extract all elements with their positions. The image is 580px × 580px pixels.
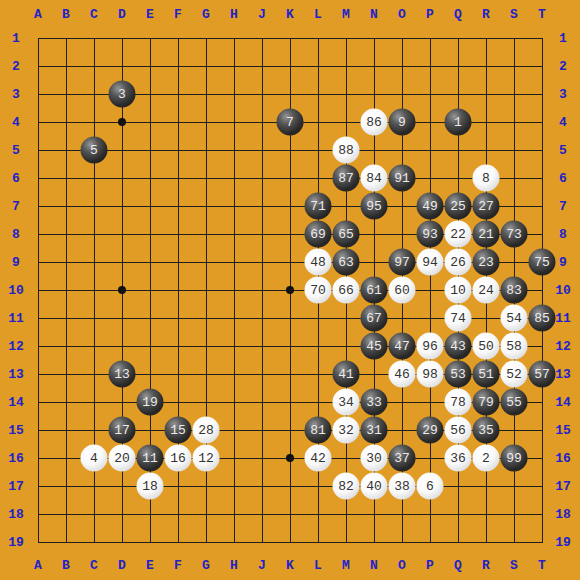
col-label-top-m: M	[342, 8, 350, 21]
stone-white-74-q11: 74	[445, 305, 472, 332]
stone-white-94-p9: 94	[417, 249, 444, 276]
stone-black-95-n7: 95	[361, 193, 388, 220]
col-label-top-r: R	[482, 8, 490, 21]
stone-white-66-m10: 66	[333, 277, 360, 304]
stone-white-20-d16: 20	[109, 445, 136, 472]
row-label-right-7: 7	[559, 200, 567, 213]
star-point-k16	[286, 454, 294, 462]
stone-black-29-p15: 29	[417, 417, 444, 444]
stone-white-28-g15: 28	[193, 417, 220, 444]
col-label-bottom-o: O	[398, 559, 406, 572]
stone-white-98-p13: 98	[417, 361, 444, 388]
col-label-top-e: E	[146, 8, 154, 21]
col-label-bottom-p: P	[426, 559, 434, 572]
stone-white-56-q15: 56	[445, 417, 472, 444]
row-label-left-9: 9	[12, 256, 20, 269]
go-board-diagram: AABBCCDDEEFFGGHHJJKKLLMMNNOOPPQQRRSSTT11…	[0, 0, 580, 580]
stone-white-36-q16: 36	[445, 445, 472, 472]
stone-black-33-n14: 33	[361, 389, 388, 416]
stone-white-4-c16: 4	[81, 445, 108, 472]
stone-black-61-n10: 61	[361, 277, 388, 304]
row-label-right-14: 14	[555, 396, 571, 409]
row-label-left-14: 14	[8, 396, 24, 409]
col-label-top-t: T	[538, 8, 546, 21]
col-label-top-d: D	[118, 8, 126, 21]
stone-black-43-q12: 43	[445, 333, 472, 360]
stone-white-26-q9: 26	[445, 249, 472, 276]
col-label-top-f: F	[174, 8, 182, 21]
row-label-right-5: 5	[559, 144, 567, 157]
row-label-right-3: 3	[559, 88, 567, 101]
row-label-right-10: 10	[555, 284, 571, 297]
col-label-top-j: J	[258, 8, 266, 21]
stone-black-35-r15: 35	[473, 417, 500, 444]
row-label-right-18: 18	[555, 508, 571, 521]
stone-black-25-q7: 25	[445, 193, 472, 220]
stone-white-78-q14: 78	[445, 389, 472, 416]
stone-white-50-r12: 50	[473, 333, 500, 360]
stone-white-84-n6: 84	[361, 165, 388, 192]
stone-black-19-e14: 19	[137, 389, 164, 416]
col-label-bottom-a: A	[34, 559, 42, 572]
col-label-bottom-q: Q	[454, 559, 462, 572]
row-label-right-15: 15	[555, 424, 571, 437]
col-label-top-b: B	[62, 8, 70, 21]
stone-black-3-d3: 3	[109, 81, 136, 108]
col-label-bottom-t: T	[538, 559, 546, 572]
stone-white-32-m15: 32	[333, 417, 360, 444]
stone-black-93-p8: 93	[417, 221, 444, 248]
col-label-bottom-f: F	[174, 559, 182, 572]
star-point-d10	[118, 286, 126, 294]
stone-white-40-n17: 40	[361, 473, 388, 500]
stone-black-55-s14: 55	[501, 389, 528, 416]
stone-black-57-t13: 57	[529, 361, 556, 388]
row-label-left-6: 6	[12, 172, 20, 185]
stone-black-47-o12: 47	[389, 333, 416, 360]
stone-white-2-r16: 2	[473, 445, 500, 472]
row-label-left-19: 19	[8, 536, 24, 549]
col-label-bottom-l: L	[314, 559, 322, 572]
stone-white-8-r6: 8	[473, 165, 500, 192]
row-label-left-10: 10	[8, 284, 24, 297]
stone-white-34-m14: 34	[333, 389, 360, 416]
stone-white-18-e17: 18	[137, 473, 164, 500]
stone-black-11-e16: 11	[137, 445, 164, 472]
stone-white-96-p12: 96	[417, 333, 444, 360]
stone-black-37-o16: 37	[389, 445, 416, 472]
col-label-top-p: P	[426, 8, 434, 21]
col-label-top-c: C	[90, 8, 98, 21]
row-label-right-12: 12	[555, 340, 571, 353]
stone-black-41-m13: 41	[333, 361, 360, 388]
stone-white-6-p17: 6	[417, 473, 444, 500]
stone-black-83-s10: 83	[501, 277, 528, 304]
row-label-left-17: 17	[8, 480, 24, 493]
stone-black-45-n12: 45	[361, 333, 388, 360]
stone-black-49-p7: 49	[417, 193, 444, 220]
stone-white-54-s11: 54	[501, 305, 528, 332]
stone-black-53-q13: 53	[445, 361, 472, 388]
star-point-k10	[286, 286, 294, 294]
stone-black-97-o9: 97	[389, 249, 416, 276]
col-label-top-g: G	[202, 8, 210, 21]
star-point-d4	[118, 118, 126, 126]
stone-black-81-l15: 81	[305, 417, 332, 444]
row-label-left-18: 18	[8, 508, 24, 521]
stone-black-17-d15: 17	[109, 417, 136, 444]
stone-black-85-t11: 85	[529, 305, 556, 332]
stone-black-21-r8: 21	[473, 221, 500, 248]
stone-black-87-m6: 87	[333, 165, 360, 192]
stone-black-9-o4: 9	[389, 109, 416, 136]
row-label-left-7: 7	[12, 200, 20, 213]
stone-white-42-l16: 42	[305, 445, 332, 472]
row-label-left-11: 11	[8, 312, 24, 325]
stone-white-52-s13: 52	[501, 361, 528, 388]
stone-black-15-f15: 15	[165, 417, 192, 444]
stone-black-73-s8: 73	[501, 221, 528, 248]
stone-white-86-n4: 86	[361, 109, 388, 136]
col-label-bottom-e: E	[146, 559, 154, 572]
row-label-left-5: 5	[12, 144, 20, 157]
row-label-left-1: 1	[12, 32, 20, 45]
stone-white-88-m5: 88	[333, 137, 360, 164]
row-label-left-16: 16	[8, 452, 24, 465]
col-label-bottom-n: N	[370, 559, 378, 572]
col-label-top-n: N	[370, 8, 378, 21]
stone-white-70-l10: 70	[305, 277, 332, 304]
stone-white-82-m17: 82	[333, 473, 360, 500]
stone-black-5-c5: 5	[81, 137, 108, 164]
stone-white-58-s12: 58	[501, 333, 528, 360]
col-label-top-h: H	[230, 8, 238, 21]
row-label-right-16: 16	[555, 452, 571, 465]
col-label-top-k: K	[286, 8, 294, 21]
stone-white-22-q8: 22	[445, 221, 472, 248]
row-label-right-6: 6	[559, 172, 567, 185]
stone-black-91-o6: 91	[389, 165, 416, 192]
col-label-top-a: A	[34, 8, 42, 21]
stone-black-13-d13: 13	[109, 361, 136, 388]
stone-black-51-r13: 51	[473, 361, 500, 388]
stone-white-10-q10: 10	[445, 277, 472, 304]
col-label-bottom-m: M	[342, 559, 350, 572]
stone-black-27-r7: 27	[473, 193, 500, 220]
row-label-right-9: 9	[559, 256, 567, 269]
stone-black-79-r14: 79	[473, 389, 500, 416]
col-label-bottom-b: B	[62, 559, 70, 572]
row-label-left-12: 12	[8, 340, 24, 353]
col-label-top-q: Q	[454, 8, 462, 21]
row-label-right-4: 4	[559, 116, 567, 129]
col-label-bottom-g: G	[202, 559, 210, 572]
row-label-right-1: 1	[559, 32, 567, 45]
col-label-bottom-j: J	[258, 559, 266, 572]
stone-white-24-r10: 24	[473, 277, 500, 304]
row-label-right-19: 19	[555, 536, 571, 549]
stone-white-30-n16: 30	[361, 445, 388, 472]
stone-white-60-o10: 60	[389, 277, 416, 304]
stone-black-71-l7: 71	[305, 193, 332, 220]
row-label-left-2: 2	[12, 60, 20, 73]
col-label-bottom-k: K	[286, 559, 294, 572]
stone-black-23-r9: 23	[473, 249, 500, 276]
col-label-bottom-s: S	[510, 559, 518, 572]
col-label-top-o: O	[398, 8, 406, 21]
col-label-top-s: S	[510, 8, 518, 21]
row-label-left-4: 4	[12, 116, 20, 129]
stone-black-75-t9: 75	[529, 249, 556, 276]
stone-black-31-n15: 31	[361, 417, 388, 444]
col-label-top-l: L	[314, 8, 322, 21]
row-label-right-13: 13	[555, 368, 571, 381]
stone-black-99-s16: 99	[501, 445, 528, 472]
col-label-bottom-c: C	[90, 559, 98, 572]
stone-black-67-n11: 67	[361, 305, 388, 332]
row-label-right-8: 8	[559, 228, 567, 241]
stone-black-69-l8: 69	[305, 221, 332, 248]
col-label-bottom-h: H	[230, 559, 238, 572]
row-label-right-17: 17	[555, 480, 571, 493]
row-label-left-3: 3	[12, 88, 20, 101]
col-label-bottom-d: D	[118, 559, 126, 572]
row-label-left-15: 15	[8, 424, 24, 437]
col-label-bottom-r: R	[482, 559, 490, 572]
stone-white-38-o17: 38	[389, 473, 416, 500]
stone-white-16-f16: 16	[165, 445, 192, 472]
stone-black-65-m8: 65	[333, 221, 360, 248]
row-label-right-2: 2	[559, 60, 567, 73]
stone-black-63-m9: 63	[333, 249, 360, 276]
stone-black-1-q4: 1	[445, 109, 472, 136]
stone-white-46-o13: 46	[389, 361, 416, 388]
stone-black-7-k4: 7	[277, 109, 304, 136]
row-label-left-13: 13	[8, 368, 24, 381]
row-label-right-11: 11	[555, 312, 571, 325]
row-label-left-8: 8	[12, 228, 20, 241]
stone-white-48-l9: 48	[305, 249, 332, 276]
stone-white-12-g16: 12	[193, 445, 220, 472]
